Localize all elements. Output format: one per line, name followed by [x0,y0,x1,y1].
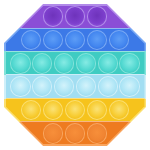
bubble-yellow-2[interactable] [43,100,64,121]
pop-it-toy-photo [0,0,150,150]
band-blue [6,28,145,51]
pop-it-board [4,4,146,146]
bubble-orange-1[interactable] [43,123,64,144]
board-bands [6,6,145,145]
bubble-yellow-1[interactable] [21,100,42,121]
bubble-orange-3[interactable] [87,123,108,144]
band-light-blue [6,74,145,97]
bubble-yellow-5[interactable] [109,100,130,121]
bubble-yellow-3[interactable] [65,100,86,121]
band-orange [6,121,145,144]
bubble-blue-2[interactable] [43,30,64,51]
bubble-light-blue-5[interactable] [98,76,119,97]
bubble-teal-1[interactable] [10,53,31,74]
bubble-blue-1[interactable] [21,30,42,51]
bubble-purple-3[interactable] [87,6,108,27]
bubble-light-blue-3[interactable] [54,76,75,97]
band-yellow [6,98,145,121]
band-teal [6,51,145,74]
bubble-blue-5[interactable] [109,30,130,51]
bubble-blue-3[interactable] [65,30,86,51]
band-purple [6,6,145,28]
bubble-light-blue-2[interactable] [32,76,53,97]
bubble-teal-2[interactable] [32,53,53,74]
bubble-light-blue-1[interactable] [10,76,31,97]
bubble-blue-4[interactable] [87,30,108,51]
bubble-purple-1[interactable] [43,6,64,27]
bubble-yellow-4[interactable] [87,100,108,121]
bubble-orange-2[interactable] [65,123,86,144]
bubble-light-blue-6[interactable] [119,76,140,97]
bubble-purple-2[interactable] [65,6,86,27]
bubble-teal-5[interactable] [98,53,119,74]
bubble-teal-3[interactable] [54,53,75,74]
bubble-teal-4[interactable] [76,53,97,74]
bubble-light-blue-4[interactable] [76,76,97,97]
bubble-teal-6[interactable] [119,53,140,74]
